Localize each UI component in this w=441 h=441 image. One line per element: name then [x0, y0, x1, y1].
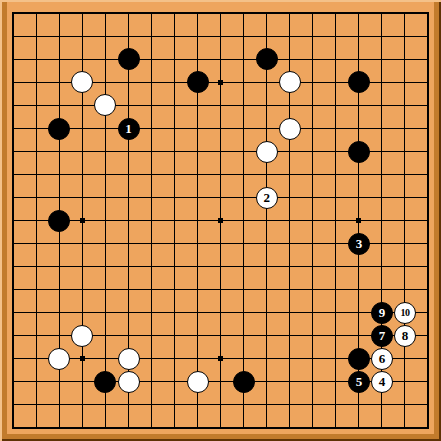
black-stone	[94, 371, 116, 393]
black-stone	[348, 71, 370, 93]
white-stone	[118, 371, 140, 393]
stone-number-label: 9	[379, 306, 386, 319]
grid-line-horizontal	[12, 404, 429, 405]
white-stone	[48, 348, 70, 370]
black-stone	[48, 210, 70, 232]
grid-line-horizontal	[12, 312, 429, 313]
star-point	[218, 356, 223, 361]
black-stone: 9	[371, 302, 393, 324]
star-point	[80, 356, 85, 361]
grid-line-horizontal	[12, 266, 429, 267]
grid-line-vertical	[243, 12, 244, 429]
white-stone	[118, 348, 140, 370]
black-stone	[256, 48, 278, 70]
black-stone	[187, 71, 209, 93]
stone-number-label: 5	[356, 375, 363, 388]
white-stone	[279, 118, 301, 140]
grid-line-horizontal	[12, 427, 429, 429]
white-stone: 6	[371, 348, 393, 370]
white-stone: 10	[394, 302, 416, 324]
white-stone	[256, 141, 278, 163]
stone-number-label: 10	[400, 308, 409, 318]
grid-line-vertical	[266, 12, 267, 429]
black-stone: 3	[348, 233, 370, 255]
grid-line-horizontal	[12, 289, 429, 290]
white-stone	[71, 325, 93, 347]
grid-line-vertical	[427, 12, 429, 429]
stone-number-label: 8	[402, 329, 409, 342]
white-stone	[279, 71, 301, 93]
stone-number-label: 3	[356, 237, 363, 250]
white-stone	[71, 71, 93, 93]
stone-number-label: 4	[379, 375, 386, 388]
grid-line-vertical	[335, 12, 336, 429]
star-point	[356, 218, 361, 223]
black-stone	[348, 141, 370, 163]
grid-line-vertical	[404, 12, 405, 429]
star-point	[218, 80, 223, 85]
stone-number-label: 7	[379, 329, 386, 342]
white-stone	[187, 371, 209, 393]
star-point	[218, 218, 223, 223]
stone-number-label: 2	[263, 191, 270, 204]
go-board: 12391078654	[0, 0, 441, 441]
grid-line-vertical	[312, 12, 313, 429]
white-stone: 4	[371, 371, 393, 393]
stone-number-label: 1	[125, 122, 132, 135]
black-stone	[48, 118, 70, 140]
black-stone	[348, 348, 370, 370]
black-stone	[233, 371, 255, 393]
white-stone: 2	[256, 187, 278, 209]
black-stone: 7	[371, 325, 393, 347]
star-point	[80, 218, 85, 223]
white-stone: 8	[394, 325, 416, 347]
black-stone: 5	[348, 371, 370, 393]
black-stone	[118, 48, 140, 70]
white-stone	[94, 94, 116, 116]
stone-number-label: 6	[379, 352, 386, 365]
black-stone: 1	[118, 118, 140, 140]
